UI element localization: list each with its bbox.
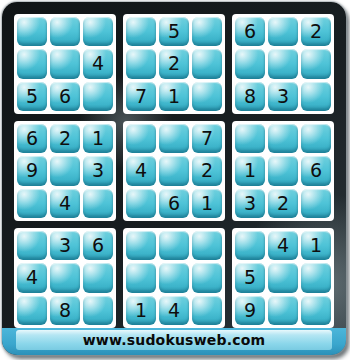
cell-r2c5: 2 [159,49,189,78]
cell-r7c9: 1 [301,231,331,260]
cell-r8c1: 4 [17,263,47,292]
cell-r7c3: 6 [83,231,113,260]
block-1: 456 [14,14,116,114]
block-7: 3648 [14,228,116,328]
block-2: 5271 [123,14,225,114]
block-9: 4159 [232,228,334,328]
cell-r9c6[interactable] [192,296,222,325]
cell-r5c4: 4 [126,156,156,185]
sudokusweb-link[interactable]: www.sudokusweb.com [83,332,266,348]
cell-r9c1[interactable] [17,296,47,325]
sudoku-board: 456527162836219347426116323648144159 www… [2,2,346,355]
cell-r1c1[interactable] [17,17,47,46]
cell-r9c8[interactable] [268,296,298,325]
cell-r4c2: 2 [50,124,80,153]
cell-r2c1[interactable] [17,49,47,78]
cell-r8c9[interactable] [301,263,331,292]
cell-r6c6: 1 [192,189,222,218]
cell-r4c6: 7 [192,124,222,153]
cell-r7c7[interactable] [235,231,265,260]
block-6: 1632 [232,121,334,221]
cell-r7c6[interactable] [192,231,222,260]
cell-r6c1[interactable] [17,189,47,218]
cell-r1c3[interactable] [83,17,113,46]
cell-r5c2[interactable] [50,156,80,185]
cell-r3c9[interactable] [301,82,331,111]
footer-bar: www.sudokusweb.com [16,330,332,350]
cell-r6c7: 3 [235,189,265,218]
cell-r2c8[interactable] [268,49,298,78]
cell-r4c9[interactable] [301,124,331,153]
cell-r2c6[interactable] [192,49,222,78]
cell-r5c1: 9 [17,156,47,185]
cell-r8c7: 5 [235,263,265,292]
cell-r1c5: 5 [159,17,189,46]
cell-r3c8: 3 [268,82,298,111]
cell-r5c5[interactable] [159,156,189,185]
cell-r2c4[interactable] [126,49,156,78]
cell-r4c8[interactable] [268,124,298,153]
cell-r7c8: 4 [268,231,298,260]
cell-r4c3: 1 [83,124,113,153]
block-5: 74261 [123,121,225,221]
cell-r9c9[interactable] [301,296,331,325]
cell-r6c5: 6 [159,189,189,218]
cell-r8c2[interactable] [50,263,80,292]
cell-r4c7[interactable] [235,124,265,153]
cell-r3c7: 8 [235,82,265,111]
cell-r9c5: 4 [159,296,189,325]
cell-r6c4[interactable] [126,189,156,218]
cell-r6c8: 2 [268,189,298,218]
cell-r1c7: 6 [235,17,265,46]
block-4: 621934 [14,121,116,221]
cell-r3c1: 5 [17,82,47,111]
cell-r5c3: 3 [83,156,113,185]
cell-r2c3: 4 [83,49,113,78]
cell-r7c1[interactable] [17,231,47,260]
sudoku-grid: 456527162836219347426116323648144159 [2,2,346,328]
cell-r9c2: 8 [50,296,80,325]
cell-r5c8[interactable] [268,156,298,185]
cell-r6c2: 4 [50,189,80,218]
cell-r8c4[interactable] [126,263,156,292]
cell-r7c4[interactable] [126,231,156,260]
cell-r1c9: 2 [301,17,331,46]
cell-r9c4: 1 [126,296,156,325]
cell-r1c4[interactable] [126,17,156,46]
cell-r4c1: 6 [17,124,47,153]
cell-r4c4[interactable] [126,124,156,153]
board-footer: www.sudokusweb.com [2,328,346,355]
cell-r3c3[interactable] [83,82,113,111]
cell-r5c7: 1 [235,156,265,185]
cell-r3c4: 7 [126,82,156,111]
cell-r9c7: 9 [235,296,265,325]
cell-r1c8[interactable] [268,17,298,46]
cell-r4c5[interactable] [159,124,189,153]
cell-r5c6: 2 [192,156,222,185]
cell-r1c2[interactable] [50,17,80,46]
cell-r5c9: 6 [301,156,331,185]
cell-r1c6[interactable] [192,17,222,46]
cell-r9c3[interactable] [83,296,113,325]
page: 456527162836219347426116323648144159 www… [0,0,350,360]
cell-r2c9[interactable] [301,49,331,78]
cell-r2c7[interactable] [235,49,265,78]
block-8: 14 [123,228,225,328]
cell-r7c5[interactable] [159,231,189,260]
cell-r8c3[interactable] [83,263,113,292]
cell-r3c2: 6 [50,82,80,111]
cell-r2c2[interactable] [50,49,80,78]
cell-r7c2: 3 [50,231,80,260]
cell-r3c5: 1 [159,82,189,111]
cell-r8c6[interactable] [192,263,222,292]
cell-r6c9[interactable] [301,189,331,218]
cell-r3c6[interactable] [192,82,222,111]
cell-r6c3[interactable] [83,189,113,218]
block-3: 6283 [232,14,334,114]
cell-r8c5[interactable] [159,263,189,292]
cell-r8c8[interactable] [268,263,298,292]
